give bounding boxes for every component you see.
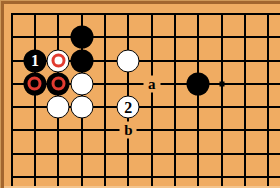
board-point-c4-r3 — [70, 49, 93, 72]
board-point-c5-r8 — [93, 165, 116, 188]
board-point-c4-r4 — [70, 72, 93, 95]
board-point-c6-r5: 2 — [117, 95, 140, 118]
board-point-c5-r1 — [93, 2, 116, 25]
board-point-c8-r8 — [163, 165, 186, 188]
board-point-c5-r6 — [93, 119, 116, 142]
star-point-icon — [219, 81, 224, 86]
circle-mark — [28, 77, 42, 91]
board-point-c8-r1 — [163, 2, 186, 25]
board-point-c3-r4 — [47, 72, 70, 95]
white-stone — [47, 49, 70, 72]
board-point-c9-r4 — [187, 72, 210, 95]
board-point-c5-r3 — [93, 49, 116, 72]
move-number-label: 1 — [31, 53, 39, 69]
board-point-c9-r3 — [187, 49, 210, 72]
board-point-c11-r6 — [233, 119, 256, 142]
black-stone — [70, 26, 93, 49]
board-point-c10-r2 — [210, 26, 233, 49]
white-stone — [70, 72, 93, 95]
board-point-c3-r2 — [47, 26, 70, 49]
board-point-c10-r4 — [210, 72, 233, 95]
board-point-c6-r2 — [117, 26, 140, 49]
black-stone — [23, 72, 46, 95]
board-point-c7-r7 — [140, 142, 163, 165]
board-point-c9-r1 — [187, 2, 210, 25]
board-point-c10-r8 — [210, 165, 233, 188]
board-point-c12-r1 — [257, 2, 280, 25]
go-board-diagram: 1a2b — [0, 0, 280, 188]
board-point-c9-r6 — [187, 119, 210, 142]
board-point-c3-r8 — [47, 165, 70, 188]
point-letter-a: a — [143, 75, 160, 92]
board-frame-top-highlight — [0, 0, 280, 1]
board-frame-left — [1, 1, 4, 188]
board-frame-bottom-highlight — [4, 186, 280, 188]
board-point-c6-r7 — [117, 142, 140, 165]
black-stone: 1 — [23, 49, 46, 72]
board-point-c8-r4 — [163, 72, 186, 95]
board-point-c11-r7 — [233, 142, 256, 165]
board-point-c7-r1 — [140, 2, 163, 25]
board-frame-left-highlight — [0, 0, 1, 188]
board-point-c8-r7 — [163, 142, 186, 165]
board-point-c11-r5 — [233, 95, 256, 118]
board-point-c10-r6 — [210, 119, 233, 142]
white-stone: 2 — [117, 96, 140, 119]
board-point-c12-r5 — [257, 95, 280, 118]
board-point-c6-r6: b — [117, 119, 140, 142]
board-point-c3-r5 — [47, 95, 70, 118]
board-point-c3-r7 — [47, 142, 70, 165]
board-point-c12-r7 — [257, 142, 280, 165]
black-stone — [187, 72, 210, 95]
board-point-c2-r1 — [23, 2, 46, 25]
board-point-c12-r2 — [257, 26, 280, 49]
board-point-c11-r2 — [233, 26, 256, 49]
board-point-c5-r4 — [93, 72, 116, 95]
circle-mark — [51, 54, 65, 68]
board-point-c6-r8 — [117, 165, 140, 188]
board-point-c12-r6 — [257, 119, 280, 142]
board-point-c9-r2 — [187, 26, 210, 49]
board-point-c8-r5 — [163, 95, 186, 118]
board-point-c4-r2 — [70, 26, 93, 49]
board-point-c11-r1 — [233, 2, 256, 25]
board-point-c10-r3 — [210, 49, 233, 72]
board-point-c10-r5 — [210, 95, 233, 118]
black-stone — [70, 49, 93, 72]
board-point-c4-r5 — [70, 95, 93, 118]
black-stone — [47, 72, 70, 95]
board-point-c2-r2 — [23, 26, 46, 49]
board-point-c2-r4 — [23, 72, 46, 95]
board-point-c9-r7 — [187, 142, 210, 165]
board-point-c11-r8 — [233, 165, 256, 188]
board-point-c4-r8 — [70, 165, 93, 188]
board-point-c12-r3 — [257, 49, 280, 72]
white-stone — [47, 96, 70, 119]
board-point-c12-r8 — [257, 165, 280, 188]
board-point-c7-r5 — [140, 95, 163, 118]
board-point-c6-r1 — [117, 2, 140, 25]
board-point-c4-r6 — [70, 119, 93, 142]
board-point-c8-r2 — [163, 26, 186, 49]
board-point-c2-r5 — [23, 95, 46, 118]
white-stone — [70, 96, 93, 119]
board-point-c5-r2 — [93, 26, 116, 49]
board-grid: 1a2b — [0, 2, 280, 188]
board-point-c3-r6 — [47, 119, 70, 142]
board-frame-top — [0, 1, 280, 4]
board-point-c7-r4: a — [140, 72, 163, 95]
board-point-c9-r8 — [187, 165, 210, 188]
board-point-c8-r3 — [163, 49, 186, 72]
board-point-c9-r5 — [187, 95, 210, 118]
circle-mark — [51, 77, 65, 91]
move-number-label: 2 — [124, 99, 132, 115]
board-point-c11-r3 — [233, 49, 256, 72]
board-point-c12-r4 — [257, 72, 280, 95]
board-point-c10-r1 — [210, 2, 233, 25]
board-point-c8-r6 — [163, 119, 186, 142]
board-point-c11-r4 — [233, 72, 256, 95]
board-point-c3-r3 — [47, 49, 70, 72]
board-point-c3-r1 — [47, 2, 70, 25]
board-point-c5-r5 — [93, 95, 116, 118]
board-point-c2-r7 — [23, 142, 46, 165]
board-point-c2-r6 — [23, 119, 46, 142]
point-letter-b: b — [120, 122, 137, 139]
board-point-c7-r6 — [140, 119, 163, 142]
board-point-c7-r2 — [140, 26, 163, 49]
board-point-c5-r7 — [93, 142, 116, 165]
white-stone — [117, 49, 140, 72]
board-point-c4-r1 — [70, 2, 93, 25]
board-point-c10-r7 — [210, 142, 233, 165]
board-point-c7-r8 — [140, 165, 163, 188]
board-point-c7-r3 — [140, 49, 163, 72]
board-point-c2-r8 — [23, 165, 46, 188]
board-point-c6-r3 — [117, 49, 140, 72]
board-point-c4-r7 — [70, 142, 93, 165]
board-point-c2-r3: 1 — [23, 49, 46, 72]
board-point-c6-r4 — [117, 72, 140, 95]
